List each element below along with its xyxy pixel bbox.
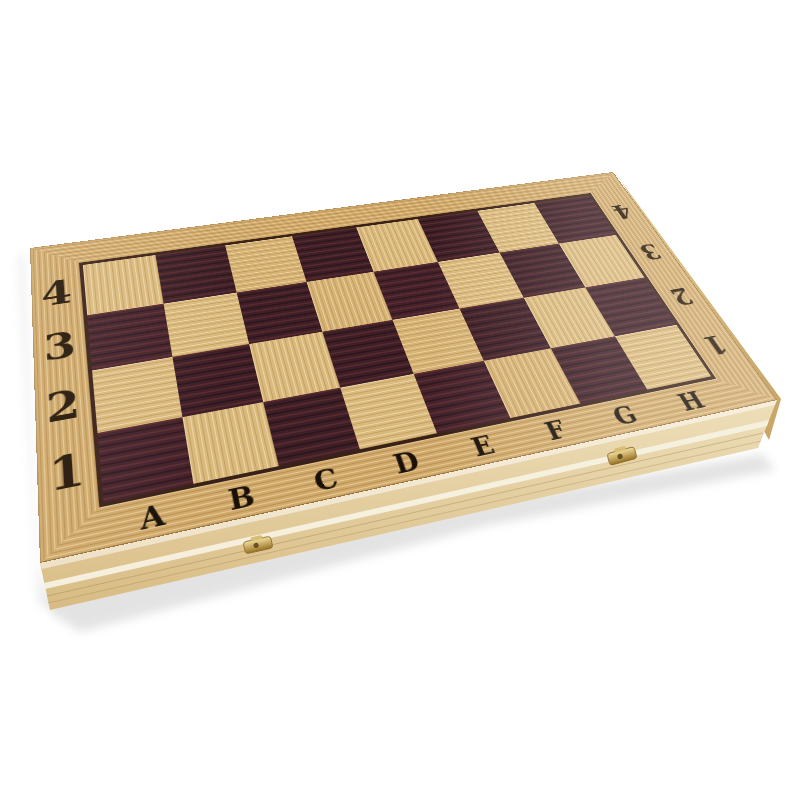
square-b1 — [182, 402, 278, 484]
chess-box-product-photo: 4 3 2 1 4 3 2 1 A B C D E F G H — [0, 0, 800, 800]
square-a1 — [97, 417, 193, 503]
